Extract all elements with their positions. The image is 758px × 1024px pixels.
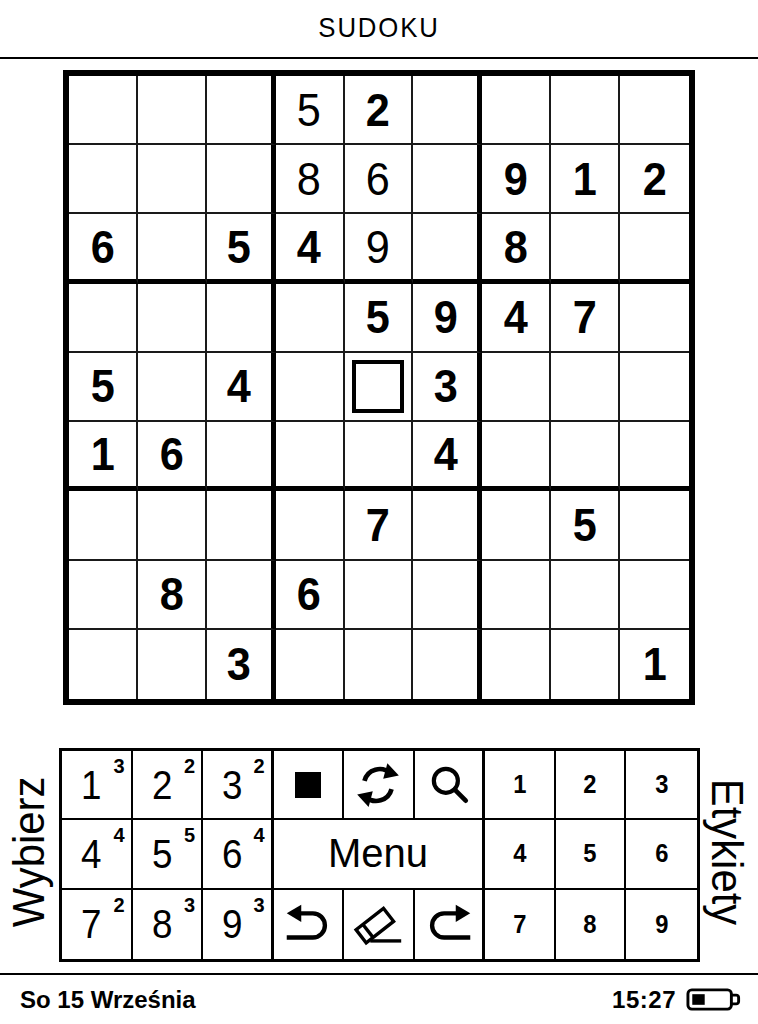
cell-r2c3[interactable] xyxy=(207,145,276,214)
cell-r2c8[interactable]: 1 xyxy=(551,145,620,214)
digit-label: 8 xyxy=(152,904,172,944)
fill-cell-button[interactable] xyxy=(274,751,345,820)
selected-cell-cursor xyxy=(352,360,405,413)
given-digit: 2 xyxy=(366,87,390,133)
cell-r5c7[interactable] xyxy=(482,353,551,422)
cell-r5c5[interactable] xyxy=(345,353,414,422)
label-digit: 5 xyxy=(584,839,597,868)
cell-r7c1[interactable] xyxy=(69,491,138,560)
cell-r5c2[interactable] xyxy=(138,353,207,422)
cell-r6c2[interactable]: 6 xyxy=(138,422,207,491)
given-digit: 7 xyxy=(573,294,597,340)
digit-label: 1 xyxy=(81,765,101,805)
digit-label: 3 xyxy=(222,765,242,805)
digit-count-superscript: 4 xyxy=(113,825,124,845)
cell-r8c4[interactable]: 6 xyxy=(276,561,345,630)
given-digit: 5 xyxy=(366,294,390,340)
undo-icon xyxy=(279,902,337,946)
cell-r8c9[interactable] xyxy=(620,561,689,630)
redo-icon xyxy=(420,902,478,946)
cell-r6c5[interactable] xyxy=(345,422,414,491)
page-title: SUDOKU xyxy=(30,12,727,44)
cell-r2c9[interactable]: 2 xyxy=(620,145,689,214)
digit-label: 2 xyxy=(152,765,172,805)
cell-r4c1[interactable] xyxy=(69,284,138,353)
label-digit: 6 xyxy=(655,839,668,868)
digit-button-1[interactable]: 13 xyxy=(62,751,133,820)
label-digit: 4 xyxy=(513,839,526,868)
cell-r9c7[interactable] xyxy=(482,630,551,699)
cell-r7c6[interactable] xyxy=(413,491,482,560)
cell-r7c4[interactable] xyxy=(276,491,345,560)
cell-r9c9[interactable]: 1 xyxy=(620,630,689,699)
given-digit: 6 xyxy=(90,224,114,270)
cell-r6c7[interactable] xyxy=(482,422,551,491)
cell-r3c7[interactable]: 8 xyxy=(482,214,551,283)
label-digit: 9 xyxy=(655,910,668,939)
label-digit: 8 xyxy=(584,910,597,939)
label-digit: 7 xyxy=(513,910,526,939)
label-button-9[interactable]: 9 xyxy=(626,890,697,959)
given-digit: 8 xyxy=(504,224,528,270)
label-button-4[interactable]: 4 xyxy=(485,820,556,889)
user-digit: 8 xyxy=(297,156,321,202)
digit-label: 9 xyxy=(222,904,242,944)
status-date: So 15 Września xyxy=(20,986,196,1014)
label-button-2[interactable]: 2 xyxy=(556,751,627,820)
cell-r3c6[interactable] xyxy=(413,214,482,283)
cell-r6c8[interactable] xyxy=(551,422,620,491)
digit-label: 5 xyxy=(152,834,172,874)
cell-r7c8[interactable]: 5 xyxy=(551,491,620,560)
cell-r3c9[interactable] xyxy=(620,214,689,283)
label-button-7[interactable]: 7 xyxy=(485,890,556,959)
cell-r3c5[interactable]: 9 xyxy=(345,214,414,283)
digit-button-4[interactable]: 44 xyxy=(62,820,133,889)
cell-r5c6[interactable]: 3 xyxy=(413,353,482,422)
label-digit: 2 xyxy=(584,770,597,799)
digit-count-superscript: 3 xyxy=(184,895,195,915)
erase-button[interactable] xyxy=(344,890,415,959)
given-digit: 1 xyxy=(643,641,667,687)
restart-button[interactable] xyxy=(344,751,415,820)
cell-r8c3[interactable] xyxy=(207,561,276,630)
cell-r2c1[interactable] xyxy=(69,145,138,214)
digit-button-7[interactable]: 72 xyxy=(62,890,133,959)
cell-r7c3[interactable] xyxy=(207,491,276,560)
cell-r2c6[interactable] xyxy=(413,145,482,214)
given-digit: 5 xyxy=(227,224,251,270)
menu-button-label: Menu xyxy=(328,831,428,876)
cell-r8c7[interactable] xyxy=(482,561,551,630)
digit-count-superscript: 2 xyxy=(113,895,124,915)
label-digit: 3 xyxy=(655,770,668,799)
cell-r1c5[interactable]: 2 xyxy=(345,76,414,145)
cell-r4c7[interactable]: 4 xyxy=(482,284,551,353)
given-digit: 4 xyxy=(504,294,528,340)
digit-button-8[interactable]: 83 xyxy=(133,890,204,959)
given-digit: 4 xyxy=(433,431,457,477)
label-button-3[interactable]: 3 xyxy=(626,751,697,820)
given-digit: 3 xyxy=(227,641,251,687)
title-divider xyxy=(0,57,758,59)
digit-count-superscript: 2 xyxy=(184,756,195,776)
sudoku-grid: 5286912654985947543164758631 xyxy=(63,70,695,705)
label-button-8[interactable]: 8 xyxy=(556,890,627,959)
given-digit: 6 xyxy=(297,571,321,617)
cell-r7c9[interactable] xyxy=(620,491,689,560)
user-digit: 5 xyxy=(297,87,321,133)
digit-button-2[interactable]: 22 xyxy=(133,751,204,820)
battery-fill xyxy=(692,994,704,1005)
labels-mode-label-container: Etykiety xyxy=(697,748,758,956)
given-digit: 7 xyxy=(366,502,390,548)
given-digit: 5 xyxy=(90,363,114,409)
cell-r5c3[interactable]: 4 xyxy=(207,353,276,422)
cell-r3c3[interactable]: 5 xyxy=(207,214,276,283)
digit-label: 7 xyxy=(81,904,101,944)
digit-button-5[interactable]: 55 xyxy=(133,820,204,889)
status-time: 15:27 xyxy=(612,986,676,1014)
cell-r7c2[interactable] xyxy=(138,491,207,560)
digit-count-superscript: 5 xyxy=(184,825,195,845)
digit-count-superscript: 3 xyxy=(254,895,265,915)
cell-r5c4[interactable] xyxy=(276,353,345,422)
cell-r3c4[interactable]: 4 xyxy=(276,214,345,283)
cell-r8c1[interactable] xyxy=(69,561,138,630)
cell-r1c4[interactable]: 5 xyxy=(276,76,345,145)
cell-r9c8[interactable] xyxy=(551,630,620,699)
given-digit: 8 xyxy=(159,571,183,617)
digit-label: 6 xyxy=(222,834,242,874)
label-button-1[interactable]: 1 xyxy=(485,751,556,820)
digit-button-6[interactable]: 64 xyxy=(203,820,274,889)
digit-button-3[interactable]: 32 xyxy=(203,751,274,820)
label-button-5[interactable]: 5 xyxy=(556,820,627,889)
search-button[interactable] xyxy=(415,751,486,820)
given-digit: 4 xyxy=(297,224,321,270)
given-digit: 2 xyxy=(643,156,667,202)
cell-r5c8[interactable] xyxy=(551,353,620,422)
refresh-icon xyxy=(353,760,403,810)
cell-r1c2[interactable] xyxy=(138,76,207,145)
user-digit: 9 xyxy=(366,224,390,270)
cell-r3c2[interactable] xyxy=(138,214,207,283)
menu-button[interactable]: Menu xyxy=(274,820,486,889)
cell-r6c9[interactable] xyxy=(620,422,689,491)
cell-r6c1[interactable]: 1 xyxy=(69,422,138,491)
cell-r4c6[interactable]: 9 xyxy=(413,284,482,353)
cell-r3c8[interactable] xyxy=(551,214,620,283)
cell-r1c6[interactable] xyxy=(413,76,482,145)
cell-r1c8[interactable] xyxy=(551,76,620,145)
search-icon xyxy=(426,762,472,808)
undo-button[interactable] xyxy=(274,890,345,959)
cell-r3c1[interactable]: 6 xyxy=(69,214,138,283)
select-mode-label: Wybierz xyxy=(4,777,54,928)
battery-icon xyxy=(686,987,742,1012)
cell-r8c6[interactable] xyxy=(413,561,482,630)
cell-r6c4[interactable] xyxy=(276,422,345,491)
cell-r4c8[interactable]: 7 xyxy=(551,284,620,353)
cell-r7c5[interactable]: 7 xyxy=(345,491,414,560)
cell-r1c1[interactable] xyxy=(69,76,138,145)
cell-r8c2[interactable]: 8 xyxy=(138,561,207,630)
cell-r9c4[interactable] xyxy=(276,630,345,699)
given-digit: 1 xyxy=(573,156,597,202)
cell-r7c7[interactable] xyxy=(482,491,551,560)
cell-r4c4[interactable] xyxy=(276,284,345,353)
fill-square-icon xyxy=(288,765,328,805)
cell-r8c8[interactable] xyxy=(551,561,620,630)
user-digit: 6 xyxy=(366,156,390,202)
cell-r4c3[interactable] xyxy=(207,284,276,353)
cell-r2c4[interactable]: 8 xyxy=(276,145,345,214)
cell-r9c1[interactable] xyxy=(69,630,138,699)
label-button-6[interactable]: 6 xyxy=(626,820,697,889)
cell-r2c2[interactable] xyxy=(138,145,207,214)
digit-label: 4 xyxy=(81,834,101,874)
digit-count-superscript: 2 xyxy=(254,756,265,776)
cell-r6c6[interactable]: 4 xyxy=(413,422,482,491)
redo-button[interactable] xyxy=(415,890,486,959)
cell-r4c5[interactable]: 5 xyxy=(345,284,414,353)
cell-r2c5[interactable]: 6 xyxy=(345,145,414,214)
cell-r6c3[interactable] xyxy=(207,422,276,491)
digit-button-9[interactable]: 93 xyxy=(203,890,274,959)
digit-count-superscript: 3 xyxy=(113,756,124,776)
cell-r8c5[interactable] xyxy=(345,561,414,630)
cell-r1c3[interactable] xyxy=(207,76,276,145)
cell-r2c7[interactable]: 9 xyxy=(482,145,551,214)
cell-r5c1[interactable]: 5 xyxy=(69,353,138,422)
cell-r4c9[interactable] xyxy=(620,284,689,353)
given-digit: 5 xyxy=(573,502,597,548)
cell-r9c3[interactable]: 3 xyxy=(207,630,276,699)
digit-count-superscript: 4 xyxy=(254,825,265,845)
given-digit: 1 xyxy=(90,431,114,477)
eraser-icon xyxy=(349,902,407,946)
label-digit: 1 xyxy=(513,770,526,799)
cell-r1c9[interactable] xyxy=(620,76,689,145)
select-mode-label-container: Wybierz xyxy=(0,748,58,956)
cell-r9c2[interactable] xyxy=(138,630,207,699)
given-digit: 3 xyxy=(433,363,457,409)
given-digit: 9 xyxy=(504,156,528,202)
status-bar: So 15 Września 15:27 xyxy=(0,975,758,1024)
labels-mode-label: Etykiety xyxy=(703,779,753,925)
cell-r9c6[interactable] xyxy=(413,630,482,699)
cell-r4c2[interactable] xyxy=(138,284,207,353)
cell-r5c9[interactable] xyxy=(620,353,689,422)
keypad-panel: Menu 132232445564728393123456789 xyxy=(59,748,700,962)
cell-r9c5[interactable] xyxy=(345,630,414,699)
given-digit: 6 xyxy=(159,431,183,477)
given-digit: 9 xyxy=(433,294,457,340)
cell-r1c7[interactable] xyxy=(482,76,551,145)
given-digit: 4 xyxy=(227,363,251,409)
